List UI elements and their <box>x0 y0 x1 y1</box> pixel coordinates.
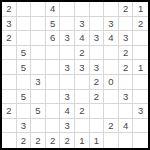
empty-cell[interactable] <box>46 119 61 134</box>
clue-cell: 3 <box>133 104 148 119</box>
empty-cell[interactable] <box>75 90 90 105</box>
empty-cell[interactable] <box>60 2 75 17</box>
clue-cell: 5 <box>17 60 32 75</box>
empty-cell[interactable] <box>31 2 46 17</box>
empty-cell[interactable] <box>31 90 46 105</box>
clue-cell: 3 <box>119 31 134 46</box>
empty-cell[interactable] <box>133 133 148 148</box>
empty-cell[interactable] <box>31 60 46 75</box>
empty-cell[interactable] <box>104 60 119 75</box>
empty-cell[interactable] <box>133 119 148 134</box>
empty-cell[interactable] <box>2 90 17 105</box>
empty-cell[interactable] <box>133 46 148 61</box>
clue-cell: 1 <box>133 2 148 17</box>
clue-cell: 1 <box>75 133 90 148</box>
clue-cell: 2 <box>133 17 148 32</box>
empty-cell[interactable] <box>90 104 105 119</box>
empty-cell[interactable] <box>133 75 148 90</box>
empty-cell[interactable] <box>60 46 75 61</box>
empty-cell[interactable] <box>17 75 32 90</box>
empty-cell[interactable] <box>2 75 17 90</box>
clue-cell: 2 <box>46 133 61 148</box>
clue-cell: 5 <box>46 17 61 32</box>
clue-cell: 2 <box>2 2 17 17</box>
clue-cell: 3 <box>60 31 75 46</box>
clue-cell: 3 <box>90 31 105 46</box>
clue-cell: 2 <box>119 2 134 17</box>
clue-cell: 5 <box>17 46 32 61</box>
empty-cell[interactable] <box>90 2 105 17</box>
empty-cell[interactable] <box>104 90 119 105</box>
clue-cell: 2 <box>75 104 90 119</box>
clue-cell: 1 <box>133 60 148 75</box>
clue-cell: 1 <box>90 133 105 148</box>
empty-cell[interactable] <box>90 119 105 134</box>
clue-cell: 4 <box>119 119 134 134</box>
empty-cell[interactable] <box>2 119 17 134</box>
empty-cell[interactable] <box>104 104 119 119</box>
clue-cell: 3 <box>60 119 75 134</box>
clue-cell: 2 <box>119 46 134 61</box>
clue-cell: 2 <box>60 133 75 148</box>
clue-cell: 2 <box>17 133 32 148</box>
clue-cell: 0 <box>104 75 119 90</box>
clue-cell: 2 <box>2 31 17 46</box>
empty-cell[interactable] <box>31 17 46 32</box>
minesweeper-board: 2421353322634343522533321320532325423332… <box>0 0 150 150</box>
empty-cell[interactable] <box>104 46 119 61</box>
clue-cell: 5 <box>31 104 46 119</box>
empty-cell[interactable] <box>2 60 17 75</box>
clue-cell: 3 <box>75 60 90 75</box>
empty-cell[interactable] <box>90 46 105 61</box>
clue-cell: 4 <box>46 2 61 17</box>
clue-cell: 3 <box>119 90 134 105</box>
empty-cell[interactable] <box>104 133 119 148</box>
clue-cell: 2 <box>90 90 105 105</box>
empty-cell[interactable] <box>104 2 119 17</box>
empty-cell[interactable] <box>60 17 75 32</box>
clue-cell: 6 <box>46 31 61 46</box>
empty-cell[interactable] <box>17 2 32 17</box>
empty-cell[interactable] <box>119 75 134 90</box>
empty-cell[interactable] <box>31 31 46 46</box>
empty-cell[interactable] <box>17 17 32 32</box>
empty-cell[interactable] <box>17 104 32 119</box>
clue-cell: 2 <box>2 104 17 119</box>
clue-cell: 3 <box>75 17 90 32</box>
empty-cell[interactable] <box>90 17 105 32</box>
clue-cell: 2 <box>119 60 134 75</box>
empty-cell[interactable] <box>46 46 61 61</box>
empty-cell[interactable] <box>31 46 46 61</box>
clue-cell: 4 <box>104 31 119 46</box>
clue-cell: 5 <box>17 90 32 105</box>
empty-cell[interactable] <box>31 119 46 134</box>
clue-cell: 3 <box>60 90 75 105</box>
clue-cell: 2 <box>75 46 90 61</box>
clue-cell: 3 <box>60 60 75 75</box>
empty-cell[interactable] <box>75 2 90 17</box>
empty-cell[interactable] <box>133 90 148 105</box>
empty-cell[interactable] <box>75 119 90 134</box>
empty-cell[interactable] <box>17 31 32 46</box>
empty-cell[interactable] <box>46 75 61 90</box>
empty-cell[interactable] <box>2 46 17 61</box>
clue-cell: 2 <box>31 133 46 148</box>
clue-cell: 4 <box>75 31 90 46</box>
clue-cell: 3 <box>31 75 46 90</box>
clue-cell: 3 <box>17 119 32 134</box>
empty-cell[interactable] <box>46 104 61 119</box>
empty-cell[interactable] <box>133 31 148 46</box>
empty-cell[interactable] <box>46 60 61 75</box>
empty-cell[interactable] <box>46 90 61 105</box>
clue-cell: 2 <box>90 75 105 90</box>
empty-cell[interactable] <box>60 75 75 90</box>
empty-cell[interactable] <box>2 133 17 148</box>
empty-cell[interactable] <box>119 133 134 148</box>
empty-cell[interactable] <box>119 17 134 32</box>
clue-cell: 4 <box>60 104 75 119</box>
clue-cell: 3 <box>2 17 17 32</box>
clue-cell: 3 <box>90 60 105 75</box>
empty-cell[interactable] <box>119 104 134 119</box>
empty-cell[interactable] <box>75 75 90 90</box>
clue-cell: 3 <box>104 17 119 32</box>
clue-cell: 2 <box>104 119 119 134</box>
